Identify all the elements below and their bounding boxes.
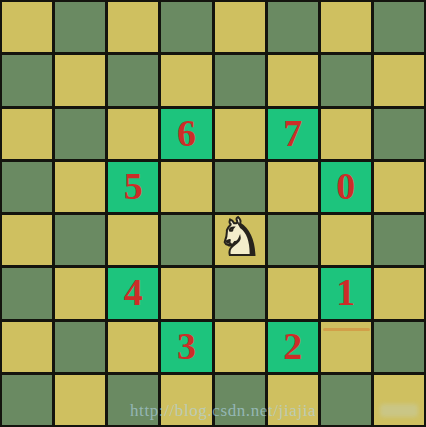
board-square[interactable]: [374, 322, 424, 372]
board-square[interactable]: [2, 109, 52, 159]
move-number-label: 3: [177, 327, 196, 365]
board-square[interactable]: [215, 162, 265, 212]
board-square[interactable]: [161, 2, 211, 52]
board-diagram: 6750♞4132 http://blog.csdn.net/jiajia: [0, 0, 426, 427]
move-number-label: 2: [283, 327, 302, 365]
board-square[interactable]: [55, 162, 105, 212]
move-number-label: 0: [336, 167, 355, 205]
board-square[interactable]: [215, 109, 265, 159]
board-square[interactable]: [108, 55, 158, 105]
board-square[interactable]: 7: [268, 109, 318, 159]
board-square[interactable]: [374, 2, 424, 52]
move-number-label: 6: [177, 114, 196, 152]
board-square[interactable]: [321, 109, 371, 159]
board-square[interactable]: [2, 268, 52, 318]
board-square[interactable]: [161, 162, 211, 212]
board-square[interactable]: [321, 375, 371, 425]
board-square[interactable]: [321, 215, 371, 265]
board-square[interactable]: 2: [268, 322, 318, 372]
board-square[interactable]: [321, 322, 371, 372]
move-number-label: 7: [283, 114, 302, 152]
board-square[interactable]: [374, 162, 424, 212]
board-square[interactable]: 1: [321, 268, 371, 318]
board-square[interactable]: [55, 55, 105, 105]
white-knight-piece: ♞: [216, 215, 263, 263]
board-square[interactable]: [321, 55, 371, 105]
move-number-label: 1: [336, 273, 355, 311]
board-square[interactable]: [55, 375, 105, 425]
board-square[interactable]: [374, 55, 424, 105]
board-square[interactable]: [2, 375, 52, 425]
board-square[interactable]: [268, 268, 318, 318]
board-square[interactable]: 0: [321, 162, 371, 212]
board-square[interactable]: [2, 2, 52, 52]
board-square[interactable]: [374, 375, 424, 425]
board-square[interactable]: [108, 109, 158, 159]
board-square[interactable]: [215, 375, 265, 425]
board-square[interactable]: [268, 375, 318, 425]
board-square[interactable]: [2, 55, 52, 105]
board-square[interactable]: [374, 268, 424, 318]
chess-board: 6750♞4132: [0, 0, 426, 427]
move-number-label: 4: [124, 273, 143, 311]
board-square[interactable]: [55, 322, 105, 372]
board-square[interactable]: [215, 55, 265, 105]
board-square[interactable]: [108, 2, 158, 52]
board-square[interactable]: ♞: [215, 215, 265, 265]
board-square[interactable]: [374, 215, 424, 265]
board-square[interactable]: [55, 109, 105, 159]
board-square[interactable]: [161, 375, 211, 425]
board-square[interactable]: [2, 322, 52, 372]
board-square[interactable]: [108, 375, 158, 425]
board-square[interactable]: 3: [161, 322, 211, 372]
board-square[interactable]: [2, 162, 52, 212]
board-square[interactable]: [268, 162, 318, 212]
board-square[interactable]: 5: [108, 162, 158, 212]
board-square[interactable]: [55, 2, 105, 52]
board-square[interactable]: [268, 2, 318, 52]
board-square[interactable]: [321, 2, 371, 52]
board-square[interactable]: [108, 215, 158, 265]
board-square[interactable]: [268, 215, 318, 265]
move-number-label: 5: [124, 167, 143, 205]
board-square[interactable]: [268, 55, 318, 105]
board-square[interactable]: [215, 2, 265, 52]
board-square[interactable]: [2, 215, 52, 265]
board-square[interactable]: 6: [161, 109, 211, 159]
board-square[interactable]: [55, 268, 105, 318]
board-square[interactable]: [161, 55, 211, 105]
board-square[interactable]: [215, 268, 265, 318]
board-square[interactable]: [161, 215, 211, 265]
board-square[interactable]: [215, 322, 265, 372]
board-square[interactable]: [108, 322, 158, 372]
board-square[interactable]: 4: [108, 268, 158, 318]
board-square[interactable]: [55, 215, 105, 265]
board-square[interactable]: [161, 268, 211, 318]
board-square[interactable]: [374, 109, 424, 159]
